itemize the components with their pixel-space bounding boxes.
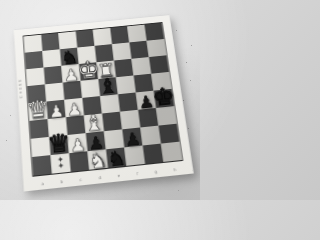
square-b7[interactable]: [42, 49, 61, 67]
square-e3[interactable]: [102, 112, 122, 132]
file-label-f: f: [136, 171, 138, 176]
square-b4[interactable]: ♟: [46, 100, 66, 119]
piece-black-king-h4[interactable]: ♚: [151, 84, 177, 110]
square-d6[interactable]: ♚: [79, 62, 98, 81]
square-d1[interactable]: ♞: [88, 149, 108, 169]
square-b8[interactable]: [41, 33, 60, 51]
file-label-h: h: [173, 167, 176, 172]
piece-white-queen-a4[interactable]: ♛: [26, 96, 50, 123]
square-e8[interactable]: [93, 28, 112, 46]
square-h7[interactable]: [147, 39, 167, 57]
square-e1[interactable]: ♞: [106, 147, 127, 167]
piece-black-pawn-f2[interactable]: ♟: [124, 131, 142, 150]
square-f4[interactable]: [118, 92, 138, 111]
file-label-d: d: [98, 175, 101, 181]
square-a6[interactable]: [26, 68, 45, 87]
square-c4[interactable]: ♟: [64, 98, 84, 117]
square-f6[interactable]: [114, 59, 134, 77]
file-label-c: c: [79, 177, 82, 182]
square-b2[interactable]: ♛: [49, 135, 69, 155]
square-a4[interactable]: ♛: [28, 102, 47, 121]
piece-white-knight-d1[interactable]: ♞: [88, 149, 109, 171]
piece-black-bishop-e5[interactable]: ♝: [97, 75, 119, 98]
square-h8[interactable]: [144, 23, 163, 41]
piece-white-pawn-b4[interactable]: ♟: [48, 103, 65, 121]
piece-black-knight-e1[interactable]: ♞: [106, 147, 127, 169]
square-c2[interactable]: ♟: [68, 133, 88, 153]
square-d8[interactable]: [76, 30, 95, 48]
square-a8[interactable]: [24, 35, 43, 53]
square-b6[interactable]: [44, 66, 63, 85]
square-f7[interactable]: [112, 42, 131, 60]
piece-white-pawn-c2[interactable]: ♟: [69, 136, 86, 155]
square-h1[interactable]: [161, 142, 182, 162]
square-f8[interactable]: [110, 26, 129, 44]
square-d3[interactable]: ♝: [84, 113, 104, 133]
square-g6[interactable]: [131, 57, 151, 75]
piece-black-queen-b2[interactable]: ♛: [47, 130, 72, 158]
square-g7[interactable]: [129, 41, 149, 59]
file-label-e: e: [117, 173, 120, 178]
board-scene: CHESS ♞♟♚♜♝♛♟♟♟♚♝♛♟♟♟✦✦♞♞ abcdefgh: [6, 3, 200, 200]
square-f2[interactable]: ♟: [122, 127, 142, 147]
square-g2[interactable]: [140, 126, 161, 146]
square-f3[interactable]: [120, 110, 140, 130]
square-g8[interactable]: [127, 25, 146, 43]
file-label-b: b: [60, 179, 63, 185]
square-h4[interactable]: ♚: [154, 89, 174, 108]
file-label-g: g: [154, 169, 157, 174]
square-a7[interactable]: [25, 51, 44, 69]
square-h2[interactable]: [159, 124, 180, 144]
piece-white-pawn-c4[interactable]: ♟: [66, 101, 83, 119]
square-h6[interactable]: [149, 55, 169, 73]
chessboard: ♞♟♚♜♝♛♟♟♟♚♝♛♟♟♟✦✦♞♞: [23, 22, 183, 177]
square-e5[interactable]: ♝: [98, 77, 118, 96]
square-f5[interactable]: [116, 75, 136, 94]
file-label-a: a: [41, 181, 44, 187]
board-brand-text: CHESS: [17, 78, 23, 98]
wall-speckles: [186, 62, 187, 63]
vinyl-board: CHESS ♞♟♚♜♝♛♟♟♟♚♝♛♟♟♟✦✦♞♞ abcdefgh: [14, 15, 194, 191]
